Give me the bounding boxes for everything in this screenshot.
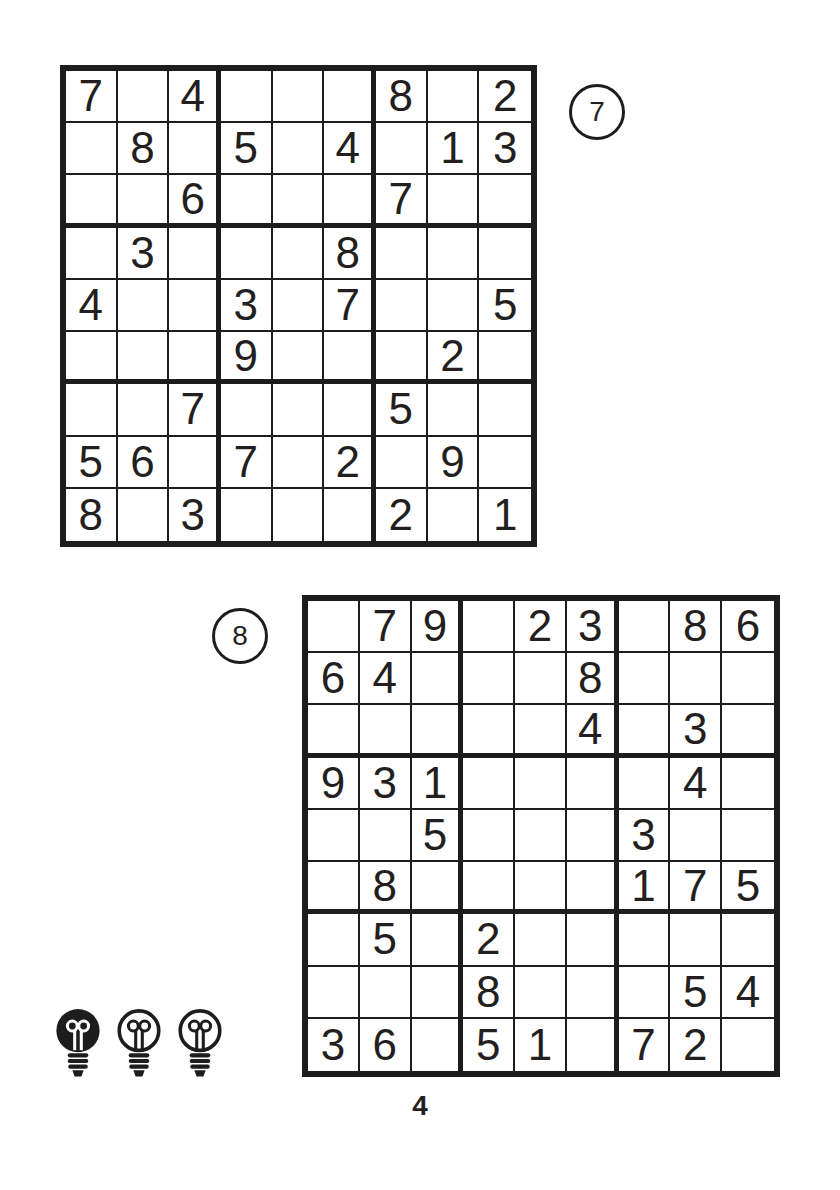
lightbulb-outline-icon: [177, 1008, 223, 1078]
puzzle-8-cell-r7c6[interactable]: [567, 914, 619, 966]
puzzle-7-cell-r1c8[interactable]: [428, 71, 480, 123]
given-digit: 2: [683, 1023, 707, 1067]
puzzle-8-cell-r7c3[interactable]: [412, 914, 464, 966]
given-digit: 5: [476, 1023, 500, 1067]
puzzle-8-cell-r1c9[interactable]: 6: [722, 601, 774, 653]
given-digit: 2: [476, 917, 500, 961]
puzzle-7-cell-r7c1[interactable]: [66, 384, 118, 436]
puzzle-8-cell-r3c6[interactable]: 4: [567, 705, 619, 757]
puzzle-7-cell-r9c1[interactable]: 8: [66, 489, 118, 541]
puzzle-7-cell-r7c5[interactable]: [273, 384, 325, 436]
puzzle-8-cell-r8c8[interactable]: 5: [670, 967, 722, 1019]
puzzle-7-cell-r5c7[interactable]: [376, 280, 428, 332]
puzzle-7-cell-r6c6[interactable]: [324, 332, 376, 384]
puzzle-8-cell-r3c7[interactable]: [619, 705, 671, 757]
given-digit: 5: [683, 970, 707, 1014]
given-digit: 7: [372, 604, 396, 648]
given-digit: 1: [423, 761, 447, 805]
given-digit: 3: [683, 707, 707, 751]
puzzle-7-cell-r9c7[interactable]: 2: [376, 489, 428, 541]
puzzle-7-cell-r3c8[interactable]: [428, 175, 480, 227]
puzzle-8-cell-r5c6[interactable]: [567, 810, 619, 862]
puzzle-8-cell-r6c4[interactable]: [463, 862, 515, 914]
puzzle-8-cell-r9c5[interactable]: 1: [515, 1019, 567, 1071]
puzzle-7-cell-r4c3[interactable]: [169, 228, 221, 280]
puzzle-8-cell-r4c1[interactable]: 9: [308, 758, 360, 810]
puzzle-7-cell-r2c3[interactable]: [169, 123, 221, 175]
given-digit: 3: [493, 126, 517, 170]
given-digit: 5: [493, 283, 517, 327]
puzzle-7-cell-r9c4[interactable]: [221, 489, 273, 541]
puzzle-7-cell-r5c4[interactable]: 3: [221, 280, 273, 332]
puzzle-7-cell-r1c4[interactable]: [221, 71, 273, 123]
puzzle-7-cell-r8c7[interactable]: [376, 437, 428, 489]
puzzle-7-cell-r2c9[interactable]: 3: [479, 123, 531, 175]
puzzle-7-cell-r7c2[interactable]: [118, 384, 170, 436]
puzzle-8-cell-r2c9[interactable]: [722, 653, 774, 705]
puzzle-7-cell-r4c2[interactable]: 3: [118, 228, 170, 280]
puzzle-7-cell-r2c5[interactable]: [273, 123, 325, 175]
given-digit: 5: [389, 387, 413, 431]
puzzle-7-cell-r8c1[interactable]: 5: [66, 437, 118, 489]
given-digit: 8: [389, 74, 413, 118]
puzzle-7-cell-r8c3[interactable]: [169, 437, 221, 489]
puzzle-8-cell-r2c2[interactable]: 4: [360, 653, 412, 705]
puzzle-8-cell-r7c9[interactable]: [722, 914, 774, 966]
puzzle-8-cell-r9c8[interactable]: 2: [670, 1019, 722, 1071]
given-digit: 4: [578, 707, 602, 751]
given-digit: 5: [79, 440, 103, 484]
puzzle-8-cell-r3c4[interactable]: [463, 705, 515, 757]
puzzle-8-cell-r9c6[interactable]: [567, 1019, 619, 1071]
puzzle-8-cell-r9c2[interactable]: 6: [360, 1019, 412, 1071]
given-digit: 4: [372, 656, 396, 700]
given-digit: 6: [321, 656, 345, 700]
puzzle-7-cell-r7c4[interactable]: [221, 384, 273, 436]
given-digit: 1: [631, 864, 655, 908]
given-digit: 9: [440, 440, 464, 484]
given-digit: 5: [372, 917, 396, 961]
puzzle-8-cell-r6c5[interactable]: [515, 862, 567, 914]
given-digit: 2: [389, 493, 413, 537]
puzzle-7-cell-r8c8[interactable]: 9: [428, 437, 480, 489]
given-digit: 7: [180, 387, 204, 431]
puzzle-8-cell-r9c7[interactable]: 7: [619, 1019, 671, 1071]
puzzle-7-cell-r7c7[interactable]: 5: [376, 384, 428, 436]
puzzle-8-cell-r1c2[interactable]: 7: [360, 601, 412, 653]
given-digit: 4: [79, 283, 103, 327]
puzzle-8-cell-r4c2[interactable]: 3: [360, 758, 412, 810]
puzzle-8-cell-r8c6[interactable]: [567, 967, 619, 1019]
puzzle-7-cell-r4c9[interactable]: [479, 228, 531, 280]
given-digit: 3: [130, 231, 154, 275]
puzzle-7-cell-r7c9[interactable]: [479, 384, 531, 436]
puzzle-8-cell-r4c4[interactable]: [463, 758, 515, 810]
given-digit: 1: [493, 493, 517, 537]
puzzle-8-cell-r1c8[interactable]: 8: [670, 601, 722, 653]
puzzle-8-cell-r8c7[interactable]: [619, 967, 671, 1019]
puzzle-7-cell-r5c3[interactable]: [169, 280, 221, 332]
puzzle-8-cell-r1c4[interactable]: [463, 601, 515, 653]
puzzle-8-cell-r2c7[interactable]: [619, 653, 671, 705]
puzzle-7-cell-r5c9[interactable]: 5: [479, 280, 531, 332]
given-digit: 8: [79, 493, 103, 537]
puzzle-7-cell-r4c8[interactable]: [428, 228, 480, 280]
puzzle-8-cell-r7c4[interactable]: 2: [463, 914, 515, 966]
puzzle-8-cell-r1c3[interactable]: 9: [412, 601, 464, 653]
given-digit: 1: [440, 126, 464, 170]
given-digit: 2: [440, 334, 464, 378]
puzzle-8-cell-r2c4[interactable]: [463, 653, 515, 705]
puzzle-7-cell-r9c5[interactable]: [273, 489, 325, 541]
puzzle-7-cell-r2c6[interactable]: 4: [324, 123, 376, 175]
puzzle-7-cell-r5c6[interactable]: 7: [324, 280, 376, 332]
given-digit: 7: [234, 440, 258, 484]
puzzle-8-cell-r7c2[interactable]: 5: [360, 914, 412, 966]
lightbulb-filled-icon: [55, 1008, 101, 1078]
puzzle-8-cell-r8c3[interactable]: [412, 967, 464, 1019]
given-digit: 2: [335, 440, 359, 484]
puzzle-7-cell-r9c6[interactable]: [324, 489, 376, 541]
given-digit: 8: [372, 864, 396, 908]
puzzle-7-cell-r4c1[interactable]: [66, 228, 118, 280]
puzzle-7-cell-r8c4[interactable]: 7: [221, 437, 273, 489]
puzzle-8-cell-r5c5[interactable]: [515, 810, 567, 862]
puzzle-8-cell-r9c9[interactable]: [722, 1019, 774, 1071]
puzzle-7-cell-r1c5[interactable]: [273, 71, 325, 123]
given-digit: 5: [423, 813, 447, 857]
puzzle-8-cell-r3c8[interactable]: 3: [670, 705, 722, 757]
puzzle-7-cell-r2c8[interactable]: 1: [428, 123, 480, 175]
puzzle-8-cell-r5c2[interactable]: [360, 810, 412, 862]
puzzle-7-cell-r7c3[interactable]: 7: [169, 384, 221, 436]
given-digit: 2: [528, 604, 552, 648]
puzzle-8-cell-r8c4[interactable]: 8: [463, 967, 515, 1019]
puzzle-7-cell-r2c1[interactable]: [66, 123, 118, 175]
puzzle-8-cell-r8c9[interactable]: 4: [722, 967, 774, 1019]
puzzle-8-cell-r9c1[interactable]: 3: [308, 1019, 360, 1071]
given-digit: 9: [234, 334, 258, 378]
given-digit: 7: [335, 283, 359, 327]
puzzle-8-cell-r4c9[interactable]: [722, 758, 774, 810]
puzzle-7-cell-r7c8[interactable]: [428, 384, 480, 436]
puzzle-8-number-badge: 8: [212, 608, 268, 664]
given-digit: 4: [335, 126, 359, 170]
puzzle-7-number-badge: 7: [569, 84, 625, 140]
puzzle-8-cell-r1c6[interactable]: 3: [567, 601, 619, 653]
puzzle-8-cell-r7c8[interactable]: [670, 914, 722, 966]
given-digit: 4: [683, 761, 707, 805]
puzzle-7-cell-r4c5[interactable]: [273, 228, 325, 280]
puzzle-8-cell-r6c9[interactable]: 5: [722, 862, 774, 914]
puzzle-8-cell-r6c7[interactable]: 1: [619, 862, 671, 914]
given-digit: 3: [578, 604, 602, 648]
puzzle-book-page: 748285413673843759275567298321 7 8 79238…: [0, 0, 840, 1190]
puzzle-7-cell-r2c4[interactable]: 5: [221, 123, 273, 175]
puzzle-7-cell-r3c1[interactable]: [66, 175, 118, 227]
given-digit: 3: [234, 283, 258, 327]
puzzle-7-cell-r9c9[interactable]: 1: [479, 489, 531, 541]
puzzle-7-cell-r3c4[interactable]: [221, 175, 273, 227]
puzzle-7-cell-r6c2[interactable]: [118, 332, 170, 384]
puzzle-7-cell-r5c2[interactable]: [118, 280, 170, 332]
puzzle-8-cell-r4c5[interactable]: [515, 758, 567, 810]
puzzle-7-cell-r1c3[interactable]: 4: [169, 71, 221, 123]
given-digit: 6: [736, 604, 760, 648]
puzzle-8-cell-r4c7[interactable]: [619, 758, 671, 810]
given-digit: 5: [736, 864, 760, 908]
puzzle-7-cell-r2c2[interactable]: 8: [118, 123, 170, 175]
puzzle-8-cell-r2c6[interactable]: 8: [567, 653, 619, 705]
puzzle-8-cell-r4c8[interactable]: 4: [670, 758, 722, 810]
puzzle-7-cell-r9c8[interactable]: [428, 489, 480, 541]
puzzle-8-cell-r5c9[interactable]: [722, 810, 774, 862]
puzzle-8-cell-r9c4[interactable]: 5: [463, 1019, 515, 1071]
given-digit: 4: [736, 970, 760, 1014]
puzzle-8-cell-r8c1[interactable]: [308, 967, 360, 1019]
puzzle-8-cell-r7c1[interactable]: [308, 914, 360, 966]
puzzle-7-cell-r7c6[interactable]: [324, 384, 376, 436]
puzzle-7-cell-r1c1[interactable]: 7: [66, 71, 118, 123]
puzzle-7-cell-r8c6[interactable]: 2: [324, 437, 376, 489]
puzzle-8-cell-r8c5[interactable]: [515, 967, 567, 1019]
puzzle-8-cell-r5c7[interactable]: 3: [619, 810, 671, 862]
given-digit: 3: [372, 761, 396, 805]
puzzle-8-cell-r1c1[interactable]: [308, 601, 360, 653]
puzzle-8-cell-r1c5[interactable]: 2: [515, 601, 567, 653]
given-digit: 7: [79, 74, 103, 118]
puzzle-7-cell-r8c2[interactable]: 6: [118, 437, 170, 489]
puzzle-8-cell-r3c2[interactable]: [360, 705, 412, 757]
given-digit: 5: [234, 126, 258, 170]
given-digit: 7: [683, 864, 707, 908]
given-digit: 6: [130, 440, 154, 484]
puzzle-7-cell-r5c1[interactable]: 4: [66, 280, 118, 332]
sudoku-grid-puzzle-8: 79238664843931453817552854365172: [302, 595, 780, 1077]
puzzle-7-cell-r2c7[interactable]: [376, 123, 428, 175]
puzzle-8-cell-r4c6[interactable]: [567, 758, 619, 810]
puzzle-8-cell-r5c1[interactable]: [308, 810, 360, 862]
given-digit: 8: [130, 126, 154, 170]
puzzle-7-cell-r3c5[interactable]: [273, 175, 325, 227]
puzzle-8-cell-r3c9[interactable]: [722, 705, 774, 757]
puzzle-7-cell-r3c6[interactable]: [324, 175, 376, 227]
puzzle-7-cell-r9c3[interactable]: 3: [169, 489, 221, 541]
puzzle-7-cell-r6c1[interactable]: [66, 332, 118, 384]
puzzle-8-cell-r5c3[interactable]: 5: [412, 810, 464, 862]
puzzle-8-cell-r9c3[interactable]: [412, 1019, 464, 1071]
puzzle-7-cell-r4c4[interactable]: [221, 228, 273, 280]
puzzle-7-cell-r3c2[interactable]: [118, 175, 170, 227]
puzzle-8-cell-r2c8[interactable]: [670, 653, 722, 705]
puzzle-7-cell-r1c9[interactable]: 2: [479, 71, 531, 123]
puzzle-8-cell-r6c1[interactable]: [308, 862, 360, 914]
puzzle-7-cell-r8c5[interactable]: [273, 437, 325, 489]
puzzle-8-cell-r6c8[interactable]: 7: [670, 862, 722, 914]
puzzle-7-cell-r6c7[interactable]: [376, 332, 428, 384]
given-digit: 1: [528, 1023, 552, 1067]
puzzle-8-cell-r5c4[interactable]: [463, 810, 515, 862]
given-digit: 4: [180, 74, 204, 118]
puzzle-8-cell-r3c5[interactable]: [515, 705, 567, 757]
puzzle-7-cell-r1c6[interactable]: [324, 71, 376, 123]
puzzle-7-cell-r6c9[interactable]: [479, 332, 531, 384]
lightbulb-outline-icon: [116, 1008, 162, 1078]
given-digit: 6: [180, 177, 204, 221]
puzzle-7-cell-r8c9[interactable]: [479, 437, 531, 489]
puzzle-8-cell-r7c5[interactable]: [515, 914, 567, 966]
puzzle-7-cell-r3c9[interactable]: [479, 175, 531, 227]
puzzle-8-cell-r2c1[interactable]: 6: [308, 653, 360, 705]
puzzle-7-cell-r6c4[interactable]: 9: [221, 332, 273, 384]
puzzle-8-cell-r6c2[interactable]: 8: [360, 862, 412, 914]
puzzle-8-cell-r6c6[interactable]: [567, 862, 619, 914]
given-digit: 7: [631, 1023, 655, 1067]
puzzle-8-cell-r7c7[interactable]: [619, 914, 671, 966]
page-number: 4: [0, 1090, 840, 1122]
given-digit: 9: [423, 604, 447, 648]
puzzle-7-cell-r5c5[interactable]: [273, 280, 325, 332]
puzzle-7-cell-r5c8[interactable]: [428, 280, 480, 332]
puzzle-7-cell-r6c5[interactable]: [273, 332, 325, 384]
puzzle-7-cell-r6c3[interactable]: [169, 332, 221, 384]
puzzle-7-cell-r4c7[interactable]: [376, 228, 428, 280]
puzzle-7-cell-r1c7[interactable]: 8: [376, 71, 428, 123]
difficulty-indicator: [55, 1008, 223, 1078]
puzzle-7-cell-r3c3[interactable]: 6: [169, 175, 221, 227]
given-digit: 9: [321, 761, 345, 805]
puzzle-8-cell-r2c3[interactable]: [412, 653, 464, 705]
given-digit: 2: [493, 74, 517, 118]
puzzle-7-cell-r3c7[interactable]: 7: [376, 175, 428, 227]
given-digit: 8: [476, 970, 500, 1014]
given-digit: 3: [631, 813, 655, 857]
given-digit: 3: [321, 1023, 345, 1067]
puzzle-7-cell-r4c6[interactable]: 8: [324, 228, 376, 280]
given-digit: 8: [578, 656, 602, 700]
puzzle-7-cell-r1c2[interactable]: [118, 71, 170, 123]
given-digit: 8: [683, 604, 707, 648]
given-digit: 6: [372, 1023, 396, 1067]
puzzle-8-cell-r5c8[interactable]: [670, 810, 722, 862]
sudoku-grid-puzzle-7: 748285413673843759275567298321: [60, 65, 537, 547]
given-digit: 8: [335, 231, 359, 275]
puzzle-8-cell-r3c1[interactable]: [308, 705, 360, 757]
given-digit: 3: [180, 493, 204, 537]
puzzle-7-cell-r9c2[interactable]: [118, 489, 170, 541]
puzzle-8-cell-r8c2[interactable]: [360, 967, 412, 1019]
puzzle-7-cell-r6c8[interactable]: 2: [428, 332, 480, 384]
puzzle-8-cell-r6c3[interactable]: [412, 862, 464, 914]
puzzle-8-cell-r1c7[interactable]: [619, 601, 671, 653]
puzzle-8-cell-r4c3[interactable]: 1: [412, 758, 464, 810]
puzzle-8-cell-r3c3[interactable]: [412, 705, 464, 757]
puzzle-8-cell-r2c5[interactable]: [515, 653, 567, 705]
given-digit: 7: [389, 177, 413, 221]
